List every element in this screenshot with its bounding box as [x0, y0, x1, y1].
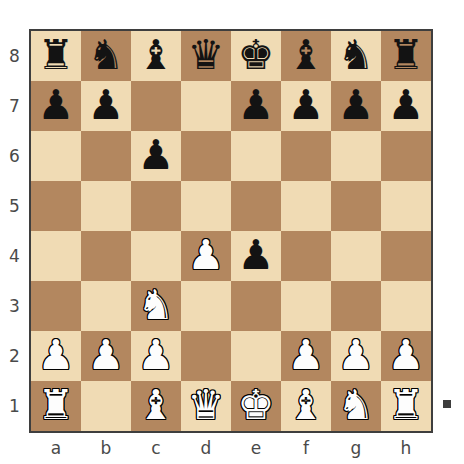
square-c2[interactable]: ♟	[131, 331, 181, 381]
file-label-d: d	[181, 434, 231, 462]
square-h3[interactable]	[381, 281, 431, 331]
piece-white-king: ♚	[231, 381, 281, 431]
rank-label-5: 5	[0, 181, 29, 231]
square-f5[interactable]	[281, 181, 331, 231]
piece-black-pawn: ♟	[281, 81, 331, 131]
square-g6[interactable]	[331, 131, 381, 181]
square-h7[interactable]: ♟	[381, 81, 431, 131]
rank-label-3: 3	[0, 281, 29, 331]
square-f6[interactable]	[281, 131, 331, 181]
square-c6[interactable]: ♟	[131, 131, 181, 181]
square-g8[interactable]: ♞	[331, 31, 381, 81]
file-labels: abcdefgh	[31, 434, 431, 462]
side-to-move-indicator	[443, 400, 451, 408]
file-label-h: h	[381, 434, 431, 462]
square-a4[interactable]	[31, 231, 81, 281]
square-c4[interactable]	[131, 231, 181, 281]
piece-white-queen: ♛	[181, 381, 231, 431]
square-f1[interactable]: ♝	[281, 381, 331, 431]
square-h6[interactable]	[381, 131, 431, 181]
chess-diagram: 87654321 ♜♞♝♛♚♝♞♜♟♟♟♟♟♟♟♟♟♞♟♟♟♟♟♟♜♝♛♚♝♞♜…	[0, 0, 464, 464]
square-f2[interactable]: ♟	[281, 331, 331, 381]
square-d1[interactable]: ♛	[181, 381, 231, 431]
square-f3[interactable]	[281, 281, 331, 331]
square-b8[interactable]: ♞	[81, 31, 131, 81]
square-e8[interactable]: ♚	[231, 31, 281, 81]
square-g4[interactable]	[331, 231, 381, 281]
square-b6[interactable]	[81, 131, 131, 181]
square-g5[interactable]	[331, 181, 381, 231]
square-a6[interactable]	[31, 131, 81, 181]
square-e6[interactable]	[231, 131, 281, 181]
file-label-c: c	[131, 434, 181, 462]
square-d6[interactable]	[181, 131, 231, 181]
piece-black-bishop: ♝	[281, 31, 331, 81]
square-e2[interactable]	[231, 331, 281, 381]
square-b5[interactable]	[81, 181, 131, 231]
square-c5[interactable]	[131, 181, 181, 231]
piece-black-pawn: ♟	[31, 81, 81, 131]
rank-label-8: 8	[0, 31, 29, 81]
rank-label-6: 6	[0, 131, 29, 181]
square-f7[interactable]: ♟	[281, 81, 331, 131]
square-d8[interactable]: ♛	[181, 31, 231, 81]
piece-black-pawn: ♟	[381, 81, 431, 131]
square-d5[interactable]	[181, 181, 231, 231]
square-h1[interactable]: ♜	[381, 381, 431, 431]
file-label-g: g	[331, 434, 381, 462]
piece-white-pawn: ♟	[381, 331, 431, 381]
piece-white-rook: ♜	[381, 381, 431, 431]
square-d2[interactable]	[181, 331, 231, 381]
piece-black-knight: ♞	[81, 31, 131, 81]
square-f4[interactable]	[281, 231, 331, 281]
piece-white-pawn: ♟	[81, 331, 131, 381]
rank-label-2: 2	[0, 331, 29, 381]
piece-black-knight: ♞	[331, 31, 381, 81]
rank-labels: 87654321	[0, 31, 29, 431]
piece-white-pawn: ♟	[331, 331, 381, 381]
square-e7[interactable]: ♟	[231, 81, 281, 131]
square-a7[interactable]: ♟	[31, 81, 81, 131]
square-c8[interactable]: ♝	[131, 31, 181, 81]
square-g3[interactable]	[331, 281, 381, 331]
piece-black-pawn: ♟	[331, 81, 381, 131]
piece-white-bishop: ♝	[281, 381, 331, 431]
piece-black-pawn: ♟	[131, 131, 181, 181]
square-b7[interactable]: ♟	[81, 81, 131, 131]
piece-black-king: ♚	[231, 31, 281, 81]
square-c3[interactable]: ♞	[131, 281, 181, 331]
piece-white-pawn: ♟	[281, 331, 331, 381]
file-label-b: b	[81, 434, 131, 462]
square-g1[interactable]: ♞	[331, 381, 381, 431]
square-e5[interactable]	[231, 181, 281, 231]
rank-label-1: 1	[0, 381, 29, 431]
square-d3[interactable]	[181, 281, 231, 331]
piece-black-pawn: ♟	[231, 231, 281, 281]
piece-white-knight: ♞	[131, 281, 181, 331]
rank-label-4: 4	[0, 231, 29, 281]
rank-label-7: 7	[0, 81, 29, 131]
square-e3[interactable]	[231, 281, 281, 331]
square-b2[interactable]: ♟	[81, 331, 131, 381]
square-g2[interactable]: ♟	[331, 331, 381, 381]
square-d7[interactable]	[181, 81, 231, 131]
piece-black-pawn: ♟	[231, 81, 281, 131]
piece-white-pawn: ♟	[31, 331, 81, 381]
piece-black-queen: ♛	[181, 31, 231, 81]
file-label-a: a	[31, 434, 81, 462]
piece-black-rook: ♜	[31, 31, 81, 81]
square-a2[interactable]: ♟	[31, 331, 81, 381]
square-h2[interactable]: ♟	[381, 331, 431, 381]
square-c1[interactable]: ♝	[131, 381, 181, 431]
piece-white-pawn: ♟	[131, 331, 181, 381]
piece-black-pawn: ♟	[81, 81, 131, 131]
square-h4[interactable]	[381, 231, 431, 281]
piece-black-rook: ♜	[381, 31, 431, 81]
square-a5[interactable]	[31, 181, 81, 231]
square-a1[interactable]: ♜	[31, 381, 81, 431]
square-b1[interactable]	[81, 381, 131, 431]
file-label-f: f	[281, 434, 331, 462]
square-a3[interactable]	[31, 281, 81, 331]
piece-white-bishop: ♝	[131, 381, 181, 431]
square-h5[interactable]	[381, 181, 431, 231]
square-b4[interactable]	[81, 231, 131, 281]
square-f8[interactable]: ♝	[281, 31, 331, 81]
square-h8[interactable]: ♜	[381, 31, 431, 81]
piece-white-knight: ♞	[331, 381, 381, 431]
board: ♜♞♝♛♚♝♞♜♟♟♟♟♟♟♟♟♟♞♟♟♟♟♟♟♜♝♛♚♝♞♜	[29, 29, 433, 433]
square-d4[interactable]: ♟	[181, 231, 231, 281]
square-a8[interactable]: ♜	[31, 31, 81, 81]
piece-black-bishop: ♝	[131, 31, 181, 81]
square-c7[interactable]	[131, 81, 181, 131]
square-b3[interactable]	[81, 281, 131, 331]
piece-white-pawn: ♟	[181, 231, 231, 281]
piece-white-rook: ♜	[31, 381, 81, 431]
square-e1[interactable]: ♚	[231, 381, 281, 431]
file-label-e: e	[231, 434, 281, 462]
square-e4[interactable]: ♟	[231, 231, 281, 281]
square-g7[interactable]: ♟	[331, 81, 381, 131]
